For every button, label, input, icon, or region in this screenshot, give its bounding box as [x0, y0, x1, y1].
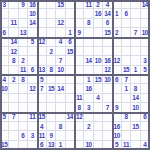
cell-r13c15[interactable]: [131, 113, 140, 122]
cell-r16c15[interactable]: [131, 141, 140, 150]
cell-r14c10: 2: [84, 122, 93, 131]
cell-r6c3[interactable]: [19, 47, 28, 56]
cell-r9c4[interactable]: [28, 75, 37, 84]
cell-r2c5[interactable]: [38, 9, 47, 18]
cell-r7c16: 3: [141, 56, 150, 65]
cell-r3c2: 11: [9, 19, 18, 28]
cell-r7c13: 12: [113, 56, 122, 65]
cell-r1c8[interactable]: [66, 0, 75, 9]
cell-r15c3: 6: [19, 131, 28, 140]
cell-r1c9[interactable]: [75, 0, 84, 9]
cell-r14c5: 4: [38, 122, 47, 131]
cell-r12c10: 3: [84, 103, 93, 112]
cell-r1c4: 16: [28, 0, 37, 9]
cell-r14c12[interactable]: [103, 122, 112, 131]
cell-r14c3[interactable]: [19, 122, 28, 131]
cell-r8c6: 8: [47, 66, 56, 75]
cell-r9c3: 8: [19, 75, 28, 84]
cell-r9c13: 6: [113, 75, 122, 84]
cell-r14c16[interactable]: [141, 122, 150, 131]
cell-r7c2: 8: [9, 56, 18, 65]
cell-r9c12: 10: [103, 75, 112, 84]
cell-r11c4[interactable]: [28, 94, 37, 103]
cell-r14c2[interactable]: [9, 122, 18, 131]
cell-r10c9[interactable]: [75, 84, 84, 93]
cell-r2c7[interactable]: [56, 9, 65, 18]
cell-r3c10: 8: [84, 19, 93, 28]
cell-r11c14[interactable]: [122, 94, 131, 103]
cell-r15c1[interactable]: [0, 131, 9, 140]
cell-r5c6[interactable]: [47, 38, 56, 47]
cell-r8c4: 6: [28, 66, 37, 75]
cell-r14c11[interactable]: [94, 122, 103, 131]
cell-r15c2[interactable]: [9, 131, 18, 140]
cell-r4c3: 13: [19, 28, 28, 37]
cell-r8c1[interactable]: [0, 66, 9, 75]
cell-r11c1[interactable]: [0, 94, 9, 103]
cell-r10c1: 10: [0, 84, 9, 93]
cell-r10c6: 15: [47, 84, 56, 93]
cell-r15c8[interactable]: [66, 131, 75, 140]
cell-r4c5[interactable]: [38, 28, 47, 37]
cell-r13c3[interactable]: [19, 113, 28, 122]
cell-r1c3: 9: [19, 0, 28, 9]
cell-r7c11: 10: [94, 56, 103, 65]
cell-r1c10: 11: [84, 0, 93, 9]
cell-r5c9[interactable]: [75, 38, 84, 47]
cell-r8c2[interactable]: [9, 66, 18, 75]
cell-r6c10[interactable]: [84, 47, 93, 56]
cell-r6c6: 2: [47, 47, 56, 56]
cell-r12c2[interactable]: [9, 103, 18, 112]
cell-r5c15[interactable]: [131, 38, 140, 47]
cell-r11c12[interactable]: [103, 94, 112, 103]
cell-r7c5[interactable]: [38, 56, 47, 65]
cell-r10c7: 14: [56, 84, 65, 93]
cell-r5c10[interactable]: [84, 38, 93, 47]
cell-r5c16[interactable]: [141, 38, 150, 47]
cell-r4c10[interactable]: [84, 28, 93, 37]
cell-r10c14: 1: [122, 84, 131, 93]
cell-r8c11[interactable]: [94, 66, 103, 75]
cell-r7c15[interactable]: [131, 56, 140, 65]
cell-r4c1: 6: [0, 28, 9, 37]
cell-r1c16: 14: [141, 0, 150, 9]
cell-r2c6[interactable]: [47, 9, 56, 18]
cell-r12c6[interactable]: [47, 103, 56, 112]
cell-r8c8[interactable]: [66, 66, 75, 75]
cell-r15c5: 11: [38, 131, 47, 140]
cell-r3c12: 6: [103, 19, 112, 28]
cell-r13c14: 8: [122, 113, 131, 122]
cell-r16c1: 15: [0, 141, 9, 150]
cell-r5c5: 12: [38, 38, 47, 47]
cell-r1c12: 4: [103, 0, 112, 9]
cell-r15c9[interactable]: [75, 131, 84, 140]
cell-r4c16: 10: [141, 28, 150, 37]
cell-r14c4[interactable]: [28, 122, 37, 131]
cell-r2c16[interactable]: [141, 9, 150, 18]
cell-r10c11[interactable]: [94, 84, 103, 93]
cell-r14c8[interactable]: [66, 122, 75, 131]
cell-r12c9: 8: [75, 103, 84, 112]
cell-r3c7: 12: [56, 19, 65, 28]
cell-r8c3: 11: [19, 66, 28, 75]
cell-r1c2[interactable]: [9, 0, 18, 9]
cell-r10c16[interactable]: [141, 84, 150, 93]
cell-r1c14[interactable]: [122, 0, 131, 9]
cell-r6c16[interactable]: [141, 47, 150, 56]
cell-r9c10: 1: [84, 75, 93, 84]
cell-r16c12[interactable]: [103, 141, 112, 150]
cell-r12c12: 7: [103, 103, 112, 112]
cell-r2c10[interactable]: [84, 9, 93, 18]
sudoku-board: 3916151124141016141611141286613191527101…: [0, 0, 150, 150]
cell-r9c6[interactable]: [47, 75, 56, 84]
cell-r12c4[interactable]: [28, 103, 37, 112]
cell-r1c7: 15: [56, 0, 65, 9]
cell-r8c5: 13: [38, 66, 47, 75]
cell-r9c8[interactable]: [66, 75, 75, 84]
cell-r16c2[interactable]: [9, 141, 18, 150]
cell-r15c10[interactable]: [84, 131, 93, 140]
cell-r3c3[interactable]: [19, 19, 28, 28]
cell-r12c16[interactable]: [141, 103, 150, 112]
cell-r10c12[interactable]: [103, 84, 112, 93]
cell-r8c9[interactable]: [75, 66, 84, 75]
cell-r4c14[interactable]: [122, 28, 131, 37]
cell-r5c1[interactable]: [0, 38, 9, 47]
cell-r10c3[interactable]: [19, 84, 28, 93]
sudoku-board-container: 3916151124141016141611141286613191527101…: [0, 0, 150, 150]
cell-r4c12: 15: [103, 28, 112, 37]
cell-r2c4: 10: [28, 9, 37, 18]
cell-r7c12: 16: [103, 56, 112, 65]
cell-r14c9[interactable]: [75, 122, 84, 131]
cell-r15c13: 10: [113, 131, 122, 140]
cell-r1c6[interactable]: [47, 0, 56, 9]
cell-r11c10[interactable]: [84, 94, 93, 103]
cell-r11c16[interactable]: [141, 94, 150, 103]
cell-r15c15[interactable]: [131, 131, 140, 140]
cell-r14c7: 8: [56, 122, 65, 131]
cell-r10c8[interactable]: [66, 84, 75, 93]
cell-r12c13: 9: [113, 103, 122, 112]
cell-r6c4[interactable]: [28, 47, 37, 56]
cell-r1c5[interactable]: [38, 0, 47, 9]
cell-r16c3[interactable]: [19, 141, 28, 150]
cell-r12c1[interactable]: [0, 103, 9, 112]
cell-r16c16: 4: [141, 141, 150, 150]
cell-r16c5: 6: [38, 141, 47, 150]
cell-r4c11[interactable]: [94, 28, 103, 37]
cell-r16c10: 10: [84, 141, 93, 150]
cell-r11c11: 4: [94, 94, 103, 103]
cell-r10c5: 7: [38, 84, 47, 93]
cell-r8c15: 1: [131, 66, 140, 75]
cell-r14c1[interactable]: [0, 122, 9, 131]
cell-r16c11[interactable]: [94, 141, 103, 150]
cell-r9c1: 4: [0, 75, 9, 84]
cell-r5c13[interactable]: [113, 38, 122, 47]
cell-r6c9[interactable]: [75, 47, 84, 56]
cell-r13c6[interactable]: [47, 113, 56, 122]
cell-r3c8[interactable]: [66, 19, 75, 28]
cell-r4c9: 9: [75, 28, 84, 37]
cell-r6c14[interactable]: [122, 47, 131, 56]
cell-r7c14[interactable]: [122, 56, 131, 65]
cell-r13c8: 14: [66, 113, 75, 122]
cell-r15c6: 9: [47, 131, 56, 140]
cell-r9c5: 5: [38, 75, 47, 84]
cell-r7c8[interactable]: [66, 56, 75, 65]
cell-r13c16: 6: [141, 113, 150, 122]
cell-r3c9[interactable]: [75, 19, 84, 28]
cell-r12c3[interactable]: [19, 103, 28, 112]
cell-r9c14: 7: [122, 75, 131, 84]
cell-r13c5: 15: [38, 113, 47, 122]
cell-r11c3[interactable]: [19, 94, 28, 103]
cell-r10c2[interactable]: [9, 84, 18, 93]
cell-r12c11[interactable]: [94, 103, 103, 112]
cell-r15c7[interactable]: [56, 131, 65, 140]
cell-r11c13[interactable]: [113, 94, 122, 103]
cell-r5c14[interactable]: [122, 38, 131, 47]
cell-r2c2[interactable]: [9, 9, 18, 18]
cell-r8c16: 5: [141, 66, 150, 75]
cell-r16c4[interactable]: [28, 141, 37, 150]
cell-r1c11: 2: [94, 0, 103, 9]
cell-r8c14: 15: [122, 66, 131, 75]
cell-r8c7: 10: [56, 66, 65, 75]
cell-r12c14[interactable]: [122, 103, 131, 112]
cell-r9c11: 15: [94, 75, 103, 84]
cell-r5c8: 6: [66, 38, 75, 47]
cell-r12c15: 10: [131, 103, 140, 112]
cell-r16c9[interactable]: [75, 141, 84, 150]
cell-r7c4[interactable]: [28, 56, 37, 65]
cell-r13c10[interactable]: [84, 113, 93, 122]
cell-r5c12[interactable]: [103, 38, 112, 47]
cell-r7c10: 14: [84, 56, 93, 65]
cell-r3c5[interactable]: [38, 19, 47, 28]
cell-r13c1: 5: [0, 113, 9, 122]
cell-r3c11[interactable]: [94, 19, 103, 28]
cell-r3c16[interactable]: [141, 19, 150, 28]
cell-r3c14[interactable]: [122, 19, 131, 28]
cell-r6c12[interactable]: [103, 47, 112, 56]
cell-r8c13[interactable]: [113, 66, 122, 75]
cell-r2c9[interactable]: [75, 9, 84, 18]
cell-r11c7[interactable]: [56, 94, 65, 103]
cell-r6c2: 12: [9, 47, 18, 56]
cell-r10c13[interactable]: [113, 84, 122, 93]
cell-r3c4: 14: [28, 19, 37, 28]
cell-r14c6[interactable]: [47, 122, 56, 131]
cell-r14c13: 16: [113, 122, 122, 131]
cell-r12c7[interactable]: [56, 103, 65, 112]
cell-r3c13[interactable]: [113, 19, 122, 28]
cell-r5c11[interactable]: [94, 38, 103, 47]
cell-r15c11[interactable]: [94, 131, 103, 140]
cell-r10c4: 12: [28, 84, 37, 93]
cell-r5c2: 14: [9, 38, 18, 47]
cell-r4c2[interactable]: [9, 28, 18, 37]
cell-r9c16[interactable]: [141, 75, 150, 84]
cell-r9c7[interactable]: [56, 75, 65, 84]
cell-r4c8: 1: [66, 28, 75, 37]
cell-r16c13: 5: [113, 141, 122, 150]
cell-r10c10: 16: [84, 84, 93, 93]
cell-r6c8: 15: [66, 47, 75, 56]
cell-r4c4[interactable]: [28, 28, 37, 37]
cell-r1c13[interactable]: [113, 0, 122, 9]
cell-r8c10[interactable]: [84, 66, 93, 75]
cell-r7c7: 7: [56, 56, 65, 65]
cell-r5c4: 5: [28, 38, 37, 47]
cell-r11c8[interactable]: [66, 94, 75, 103]
cell-r3c15[interactable]: [131, 19, 140, 28]
cell-r4c7[interactable]: [56, 28, 65, 37]
cell-r6c15[interactable]: [131, 47, 140, 56]
cell-r13c7[interactable]: [56, 113, 65, 122]
cell-r2c8[interactable]: [66, 9, 75, 18]
cell-r16c8[interactable]: [66, 141, 75, 150]
cell-r11c15: 14: [131, 94, 140, 103]
cell-r1c15[interactable]: [131, 0, 140, 9]
cell-r2c13: 1: [113, 9, 122, 18]
cell-r14c15: 15: [131, 122, 140, 131]
cell-r9c2: 2: [9, 75, 18, 84]
cell-r6c7[interactable]: [56, 47, 65, 56]
cell-r15c12[interactable]: [103, 131, 112, 140]
cell-r7c3: 2: [19, 56, 28, 65]
cell-r4c6[interactable]: [47, 28, 56, 37]
cell-r15c16[interactable]: [141, 131, 150, 140]
cell-r12c5[interactable]: [38, 103, 47, 112]
cell-r11c5[interactable]: [38, 94, 47, 103]
cell-r16c14: 11: [122, 141, 131, 150]
cell-r11c9: 11: [75, 94, 84, 103]
cell-r13c11[interactable]: [94, 113, 103, 122]
cell-r14c14[interactable]: [122, 122, 131, 131]
cell-r2c3[interactable]: [19, 9, 28, 18]
cell-r3c6[interactable]: [47, 19, 56, 28]
cell-r8c12: 12: [103, 66, 112, 75]
cell-r10c15: 8: [131, 84, 140, 93]
cell-r7c9[interactable]: [75, 56, 84, 65]
cell-r4c15: 7: [131, 28, 140, 37]
cell-r2c12: 14: [103, 9, 112, 18]
cell-r6c13[interactable]: [113, 47, 122, 56]
cell-r12c8[interactable]: [66, 103, 75, 112]
cell-r2c1[interactable]: [0, 9, 9, 18]
cell-r2c14: 6: [122, 9, 131, 18]
cell-r9c15[interactable]: [131, 75, 140, 84]
cell-r16c7: 1: [56, 141, 65, 150]
cell-r5c3[interactable]: [19, 38, 28, 47]
cell-r13c2: 7: [9, 113, 18, 122]
cell-r13c12[interactable]: [103, 113, 112, 122]
cell-r2c11: 16: [94, 9, 103, 18]
cell-r11c6[interactable]: [47, 94, 56, 103]
cell-r3c1[interactable]: [0, 19, 9, 28]
cell-r15c14[interactable]: [122, 131, 131, 140]
cell-r6c11[interactable]: [94, 47, 103, 56]
cell-r7c6[interactable]: [47, 56, 56, 65]
cell-r13c13[interactable]: [113, 113, 122, 122]
cell-r15c4: 3: [28, 131, 37, 140]
cell-r2c15[interactable]: [131, 9, 140, 18]
cell-r6c5[interactable]: [38, 47, 47, 56]
cell-r16c6: 13: [47, 141, 56, 150]
cell-r13c9: 12: [75, 113, 84, 122]
cell-r9c9[interactable]: [75, 75, 84, 84]
cell-r5c7: 4: [56, 38, 65, 47]
cell-r6c1[interactable]: [0, 47, 9, 56]
cell-r7c1[interactable]: [0, 56, 9, 65]
cell-r11c2[interactable]: [9, 94, 18, 103]
cell-r4c13: 2: [113, 28, 122, 37]
cell-r1c1: 3: [0, 0, 9, 9]
cell-r13c4: 11: [28, 113, 37, 122]
